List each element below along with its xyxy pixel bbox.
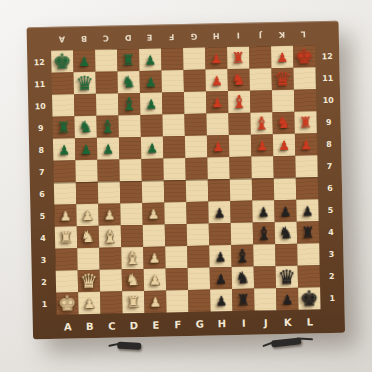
file-label-e: E xyxy=(152,319,159,330)
square-b7[interactable] xyxy=(75,160,97,182)
square-g5[interactable] xyxy=(186,202,208,224)
piece-green-pawn[interactable]: ♟ xyxy=(145,75,157,88)
rank-label-12: 12 xyxy=(34,57,45,66)
rank-label-7: 7 xyxy=(327,161,333,170)
square-a9[interactable]: ♜ xyxy=(52,116,74,138)
rank-label-3: 3 xyxy=(329,249,335,258)
square-b6[interactable] xyxy=(76,182,98,204)
square-f8[interactable] xyxy=(163,136,185,158)
rank-label-1: 1 xyxy=(41,299,47,308)
square-l4[interactable]: ♜ xyxy=(297,221,319,243)
file-label-i: I xyxy=(242,317,246,328)
piece-black-rook[interactable]: ♜ xyxy=(301,225,315,240)
square-d10[interactable]: ♝ xyxy=(118,93,140,115)
piece-natural-queen[interactable]: ♛ xyxy=(80,271,98,291)
piece-black-pawn[interactable]: ♟ xyxy=(281,292,293,305)
piece-red-pawn[interactable]: ♟ xyxy=(278,138,290,151)
square-d11[interactable]: ♞ xyxy=(118,71,140,93)
square-f4[interactable] xyxy=(165,224,187,246)
square-k8[interactable]: ♟ xyxy=(273,134,295,156)
square-c11[interactable] xyxy=(96,71,118,93)
piece-natural-knight[interactable]: ♞ xyxy=(126,272,141,288)
piece-red-queen[interactable]: ♛ xyxy=(274,69,292,89)
piece-green-rook[interactable]: ♜ xyxy=(121,53,135,68)
square-l5[interactable]: ♟ xyxy=(296,199,318,221)
square-a2[interactable] xyxy=(56,270,78,292)
square-j8[interactable]: ♟ xyxy=(251,134,273,156)
square-g10[interactable] xyxy=(184,92,206,114)
file-label-d: D xyxy=(124,33,131,42)
piece-natural-pawn[interactable]: ♟ xyxy=(148,251,160,264)
square-e11[interactable]: ♟ xyxy=(140,70,162,92)
square-i7[interactable] xyxy=(229,157,251,179)
piece-black-bishop[interactable]: ♝ xyxy=(256,224,273,242)
square-h10[interactable]: ♟ xyxy=(206,91,228,113)
piece-green-pawn[interactable]: ♟ xyxy=(146,141,158,154)
square-h8[interactable]: ♟ xyxy=(207,135,229,157)
piece-natural-rook[interactable]: ♜ xyxy=(59,230,73,245)
square-e6[interactable] xyxy=(142,180,164,202)
piece-black-king[interactable]: ♚ xyxy=(300,288,319,309)
square-j9[interactable]: ♝ xyxy=(250,112,272,134)
piece-red-pawn[interactable]: ♟ xyxy=(212,140,224,153)
rank-label-1: 1 xyxy=(329,293,335,302)
square-c7[interactable] xyxy=(97,159,119,181)
square-e9[interactable] xyxy=(140,114,162,136)
square-c3[interactable] xyxy=(99,247,121,269)
square-i2[interactable]: ♞ xyxy=(232,267,254,289)
piece-green-rook[interactable]: ♜ xyxy=(57,120,71,135)
square-b9[interactable]: ♞ xyxy=(74,116,96,138)
square-i4[interactable] xyxy=(231,223,253,245)
piece-red-pawn[interactable]: ♟ xyxy=(276,50,288,63)
square-h3[interactable]: ♟ xyxy=(209,245,231,267)
square-c5[interactable]: ♟ xyxy=(98,203,120,225)
square-k5[interactable]: ♟ xyxy=(274,200,296,222)
square-f12[interactable] xyxy=(161,48,183,70)
square-d9[interactable] xyxy=(118,115,140,137)
chess-board: ABCDEFGHIJKL 121110987654321 12111098765… xyxy=(27,21,345,339)
square-f7[interactable] xyxy=(163,158,185,180)
clasp-left-icon xyxy=(117,342,141,350)
square-i11[interactable]: ♞ xyxy=(227,69,249,91)
piece-green-queen[interactable]: ♛ xyxy=(76,73,94,93)
file-label-a: A xyxy=(59,34,65,43)
square-c8[interactable]: ♟ xyxy=(97,137,119,159)
square-a10[interactable] xyxy=(52,94,74,116)
square-h2[interactable]: ♟ xyxy=(210,267,232,289)
square-k6[interactable] xyxy=(274,178,296,200)
piece-black-pawn[interactable]: ♟ xyxy=(214,250,226,263)
square-f6[interactable] xyxy=(164,180,186,202)
square-k1[interactable]: ♟ xyxy=(276,288,298,310)
square-e3[interactable]: ♟ xyxy=(143,246,165,268)
piece-natural-bishop[interactable]: ♝ xyxy=(124,249,141,267)
file-label-i: I xyxy=(236,30,239,39)
rank-label-10: 10 xyxy=(35,101,46,110)
rank-label-4: 4 xyxy=(40,233,46,242)
rank-label-4: 4 xyxy=(328,227,334,236)
piece-red-pawn[interactable]: ♟ xyxy=(300,138,312,151)
rank-label-6: 6 xyxy=(327,183,333,192)
piece-natural-pawn[interactable]: ♟ xyxy=(149,273,161,286)
file-label-c: C xyxy=(103,33,109,42)
piece-natural-pawn[interactable]: ♟ xyxy=(83,296,95,309)
piece-natural-pawn[interactable]: ♟ xyxy=(149,295,161,308)
piece-black-bishop[interactable]: ♝ xyxy=(234,247,251,265)
square-k12[interactable]: ♟ xyxy=(271,46,293,68)
piece-red-bishop[interactable]: ♝ xyxy=(253,114,270,132)
square-j5[interactable]: ♟ xyxy=(252,200,274,222)
piece-red-pawn[interactable]: ♟ xyxy=(211,96,223,109)
rank-label-11: 11 xyxy=(34,79,45,88)
file-label-d: D xyxy=(130,320,139,331)
piece-red-knight[interactable]: ♞ xyxy=(231,72,246,88)
file-label-h: H xyxy=(218,318,227,329)
file-label-a: A xyxy=(64,321,72,332)
square-i12[interactable]: ♜ xyxy=(227,47,249,69)
piece-green-pawn[interactable]: ♟ xyxy=(78,54,90,67)
square-d6[interactable] xyxy=(120,181,142,203)
square-b8[interactable]: ♟ xyxy=(75,138,97,160)
piece-natural-bishop[interactable]: ♝ xyxy=(102,227,119,245)
file-label-e: E xyxy=(147,32,153,41)
file-label-b: B xyxy=(81,34,87,43)
square-l3[interactable] xyxy=(297,243,319,265)
square-f9[interactable] xyxy=(162,114,184,136)
square-l1[interactable]: ♚ xyxy=(298,287,320,309)
piece-green-pawn[interactable]: ♟ xyxy=(145,97,157,110)
square-d1[interactable]: ♜ xyxy=(122,291,144,313)
piece-black-pawn[interactable]: ♟ xyxy=(215,272,227,285)
square-b12[interactable]: ♟ xyxy=(73,50,95,72)
square-b3[interactable] xyxy=(77,248,99,270)
square-b1[interactable]: ♟ xyxy=(78,292,100,314)
square-j3[interactable] xyxy=(253,244,275,266)
file-label-j: J xyxy=(258,30,261,39)
file-label-k: K xyxy=(279,29,285,38)
square-f11[interactable] xyxy=(162,70,184,92)
square-l11[interactable] xyxy=(293,67,315,89)
square-l12[interactable]: ♚ xyxy=(293,45,315,67)
piece-black-knight[interactable]: ♞ xyxy=(236,270,251,286)
piece-natural-knight[interactable]: ♞ xyxy=(81,229,96,245)
square-i3[interactable]: ♝ xyxy=(231,245,253,267)
piece-black-pawn[interactable]: ♟ xyxy=(280,204,292,217)
square-g7[interactable] xyxy=(185,158,207,180)
piece-black-pawn[interactable]: ♟ xyxy=(214,206,226,219)
square-j12[interactable] xyxy=(249,46,271,68)
square-l9[interactable]: ♜ xyxy=(294,111,316,133)
piece-green-knight[interactable]: ♞ xyxy=(78,119,93,135)
square-b5[interactable]: ♟ xyxy=(76,204,98,226)
rank-label-2: 2 xyxy=(329,271,335,280)
piece-green-knight[interactable]: ♞ xyxy=(121,74,136,90)
piece-red-pawn[interactable]: ♟ xyxy=(256,139,268,152)
rank-label-2: 2 xyxy=(41,277,47,286)
square-d7[interactable] xyxy=(119,159,141,181)
file-label-l: L xyxy=(306,316,313,327)
square-j4[interactable]: ♝ xyxy=(253,222,275,244)
square-a11[interactable] xyxy=(52,72,74,94)
square-a12[interactable]: ♚ xyxy=(51,50,73,72)
square-d5[interactable] xyxy=(120,203,142,225)
square-e12[interactable]: ♟ xyxy=(139,48,161,70)
file-label-j: J xyxy=(264,317,268,328)
square-c4[interactable]: ♝ xyxy=(99,225,121,247)
square-d3[interactable]: ♝ xyxy=(121,247,143,269)
square-j2[interactable] xyxy=(254,266,276,288)
file-label-l: L xyxy=(301,29,306,38)
piece-black-rook[interactable]: ♜ xyxy=(236,292,250,307)
rank-label-6: 6 xyxy=(39,189,45,198)
square-k7[interactable] xyxy=(273,156,295,178)
piece-red-rook[interactable]: ♜ xyxy=(231,50,245,65)
square-f1[interactable] xyxy=(166,290,188,312)
square-l7[interactable] xyxy=(295,155,317,177)
square-a4[interactable]: ♜ xyxy=(55,226,77,248)
square-e1[interactable]: ♟ xyxy=(144,290,166,312)
clasp-right-icon xyxy=(271,337,302,347)
rank-label-10: 10 xyxy=(322,95,333,104)
piece-green-bishop[interactable]: ♝ xyxy=(99,117,116,135)
square-j6[interactable] xyxy=(252,178,274,200)
piece-red-pawn[interactable]: ♟ xyxy=(211,74,223,87)
square-h4[interactable] xyxy=(209,223,231,245)
square-b11[interactable]: ♛ xyxy=(74,72,96,94)
piece-natural-pawn[interactable]: ♟ xyxy=(82,208,94,221)
square-a6[interactable] xyxy=(54,182,76,204)
square-g9[interactable] xyxy=(184,114,206,136)
square-i1[interactable]: ♜ xyxy=(232,289,254,311)
piece-black-queen[interactable]: ♛ xyxy=(278,267,296,287)
square-j11[interactable] xyxy=(249,68,271,90)
photo-scene: ABCDEFGHIJKL 121110987654321 12111098765… xyxy=(0,0,372,372)
square-c10[interactable] xyxy=(96,93,118,115)
piece-green-pawn[interactable]: ♟ xyxy=(144,53,156,66)
square-c6[interactable] xyxy=(98,181,120,203)
square-i6[interactable] xyxy=(230,179,252,201)
piece-natural-pawn[interactable]: ♟ xyxy=(104,208,116,221)
square-l2[interactable] xyxy=(298,265,320,287)
square-i10[interactable]: ♝ xyxy=(228,91,250,113)
square-f2[interactable] xyxy=(166,268,188,290)
square-e2[interactable]: ♟ xyxy=(144,268,166,290)
square-g3[interactable] xyxy=(187,246,209,268)
square-j10[interactable] xyxy=(250,90,272,112)
square-a3[interactable] xyxy=(55,248,77,270)
square-d12[interactable]: ♜ xyxy=(117,49,139,71)
square-b10[interactable] xyxy=(74,94,96,116)
file-label-k: K xyxy=(284,316,292,327)
square-h9[interactable] xyxy=(206,113,228,135)
rank-label-9: 9 xyxy=(38,123,44,132)
square-g1[interactable] xyxy=(188,290,210,312)
square-k2[interactable]: ♛ xyxy=(276,266,298,288)
square-i8[interactable] xyxy=(229,135,251,157)
rank-label-5: 5 xyxy=(40,211,46,220)
file-label-g: G xyxy=(190,31,197,40)
square-c12[interactable] xyxy=(95,49,117,71)
piece-green-pawn[interactable]: ♟ xyxy=(80,142,92,155)
square-g6[interactable] xyxy=(186,180,208,202)
square-l6[interactable] xyxy=(296,177,318,199)
square-e4[interactable] xyxy=(143,224,165,246)
square-i9[interactable] xyxy=(228,113,250,135)
rank-label-12: 12 xyxy=(322,51,333,60)
piece-natural-pawn[interactable]: ♟ xyxy=(60,209,72,222)
square-k9[interactable]: ♞ xyxy=(272,112,294,134)
square-g2[interactable] xyxy=(188,268,210,290)
square-j7[interactable] xyxy=(251,156,273,178)
square-a8[interactable]: ♟ xyxy=(53,138,75,160)
file-label-g: G xyxy=(196,318,204,329)
file-label-f: F xyxy=(174,319,181,330)
square-b2[interactable]: ♛ xyxy=(78,270,100,292)
piece-red-king[interactable]: ♚ xyxy=(295,46,314,67)
square-k10[interactable] xyxy=(272,90,294,112)
rank-label-7: 7 xyxy=(39,167,45,176)
square-g4[interactable] xyxy=(187,224,209,246)
file-label-f: F xyxy=(169,32,175,41)
square-e7[interactable] xyxy=(141,158,163,180)
square-b4[interactable]: ♞ xyxy=(77,226,99,248)
square-c1[interactable] xyxy=(100,291,122,313)
piece-natural-pawn[interactable]: ♟ xyxy=(148,207,160,220)
square-a5[interactable]: ♟ xyxy=(54,204,76,226)
square-i5[interactable] xyxy=(230,201,252,223)
square-j1[interactable] xyxy=(254,288,276,310)
board-wrap: ABCDEFGHIJKL 121110987654321 12111098765… xyxy=(27,21,346,357)
square-l10[interactable] xyxy=(294,89,316,111)
square-e5[interactable]: ♟ xyxy=(142,202,164,224)
square-g12[interactable] xyxy=(183,48,205,70)
square-h1[interactable]: ♟ xyxy=(210,289,232,311)
square-l8[interactable]: ♟ xyxy=(295,133,317,155)
square-f5[interactable] xyxy=(164,202,186,224)
square-h7[interactable] xyxy=(207,157,229,179)
square-f3[interactable] xyxy=(165,246,187,268)
square-h11[interactable]: ♟ xyxy=(206,69,228,91)
square-c2[interactable] xyxy=(100,269,122,291)
square-e8[interactable]: ♟ xyxy=(141,136,163,158)
file-label-c: C xyxy=(108,320,116,331)
file-label-h: H xyxy=(212,31,219,40)
square-a7[interactable] xyxy=(53,160,75,182)
piece-red-knight[interactable]: ♞ xyxy=(276,115,291,131)
square-d2[interactable]: ♞ xyxy=(122,269,144,291)
square-h5[interactable]: ♟ xyxy=(208,201,230,223)
square-e10[interactable]: ♟ xyxy=(140,92,162,114)
piece-red-bishop[interactable]: ♝ xyxy=(231,93,248,111)
rank-label-11: 11 xyxy=(322,73,333,82)
piece-green-pawn[interactable]: ♟ xyxy=(58,143,70,156)
square-g8[interactable] xyxy=(185,136,207,158)
piece-green-king[interactable]: ♚ xyxy=(53,51,72,72)
piece-black-pawn[interactable]: ♟ xyxy=(302,204,314,217)
piece-black-knight[interactable]: ♞ xyxy=(279,225,294,241)
square-f10[interactable] xyxy=(162,92,184,114)
piece-green-bishop[interactable]: ♝ xyxy=(121,95,138,113)
rank-label-3: 3 xyxy=(41,255,47,264)
rank-label-5: 5 xyxy=(328,205,334,214)
piece-natural-king[interactable]: ♚ xyxy=(58,293,77,314)
piece-black-pawn[interactable]: ♟ xyxy=(215,294,227,307)
file-label-b: B xyxy=(86,320,94,331)
file-labels-bottom: ABCDEFGHIJKL xyxy=(57,309,321,339)
piece-green-pawn[interactable]: ♟ xyxy=(102,142,114,155)
piece-black-pawn[interactable]: ♟ xyxy=(258,205,270,218)
square-h12[interactable]: ♟ xyxy=(205,47,227,69)
square-d4[interactable] xyxy=(121,225,143,247)
square-k11[interactable]: ♛ xyxy=(271,68,293,90)
square-h6[interactable] xyxy=(208,179,230,201)
square-g11[interactable] xyxy=(184,70,206,92)
piece-red-rook[interactable]: ♜ xyxy=(299,115,313,130)
rank-label-8: 8 xyxy=(326,139,332,148)
piece-natural-rook[interactable]: ♜ xyxy=(126,294,140,309)
square-d8[interactable] xyxy=(119,137,141,159)
square-k4[interactable]: ♞ xyxy=(275,222,297,244)
piece-red-pawn[interactable]: ♟ xyxy=(210,52,222,65)
square-a1[interactable]: ♚ xyxy=(56,292,78,314)
rank-label-8: 8 xyxy=(38,145,44,154)
rank-label-9: 9 xyxy=(326,117,332,126)
square-c9[interactable]: ♝ xyxy=(96,115,118,137)
square-k3[interactable] xyxy=(275,244,297,266)
